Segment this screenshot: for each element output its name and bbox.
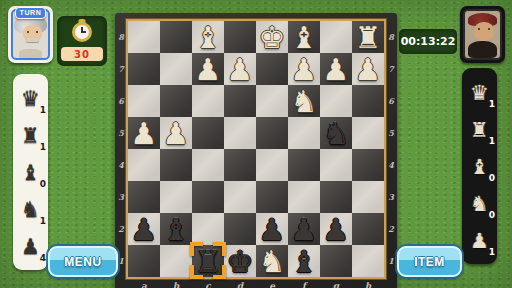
captured-rook-count: 1 xyxy=(40,142,46,152)
captured-queen-count: 1 xyxy=(489,99,495,109)
file-label-a: a xyxy=(128,281,160,288)
white-pawn: ♟ xyxy=(355,54,382,85)
avatar-beard xyxy=(468,41,497,58)
square-d5[interactable] xyxy=(224,117,256,149)
square-a2[interactable]: ♟ xyxy=(128,213,160,245)
black-captures-tray: ♛1♜1♝0♞0♟1 xyxy=(462,68,497,264)
chess-board: ♝♚♝♜♟♟♟♟♟♞♟♟♞♟♝♟♟♟♜♚♞♝ xyxy=(126,19,386,279)
captured-bishop-count: 0 xyxy=(40,179,46,189)
square-g1[interactable] xyxy=(320,245,352,277)
square-d6[interactable] xyxy=(224,85,256,117)
square-f6[interactable]: ♞ xyxy=(288,85,320,117)
rank-label-3: 3 xyxy=(386,181,396,213)
square-e1[interactable]: ♞ xyxy=(256,245,288,277)
square-e2[interactable]: ♟ xyxy=(256,213,288,245)
avatar-eye xyxy=(36,31,38,33)
bishop-icon: ♝ xyxy=(470,156,489,178)
white-rook: ♜ xyxy=(355,22,382,53)
captured-bishop-count: 0 xyxy=(489,173,495,183)
white-bishop: ♝ xyxy=(291,22,318,53)
white-pawn: ♟ xyxy=(131,118,158,149)
rank-label-7: 7 xyxy=(116,53,126,85)
white-captures-tray: ♛1♜1♝0♞1♟4 xyxy=(13,74,48,270)
square-d3[interactable] xyxy=(224,181,256,213)
square-g6[interactable] xyxy=(320,85,352,117)
file-labels: abcdefgh xyxy=(128,281,384,288)
black-pawn: ♟ xyxy=(323,214,350,245)
rank-labels-right: 87654321 xyxy=(386,21,396,277)
square-e5[interactable] xyxy=(256,117,288,149)
captured-pawn-row: ♟4 xyxy=(13,228,48,265)
square-e6[interactable] xyxy=(256,85,288,117)
square-a1[interactable] xyxy=(128,245,160,277)
square-a8[interactable] xyxy=(128,21,160,53)
square-b2[interactable]: ♝ xyxy=(160,213,192,245)
black-bishop: ♝ xyxy=(291,246,318,277)
square-f5[interactable] xyxy=(288,117,320,149)
square-c7[interactable]: ♟ xyxy=(192,53,224,85)
file-label-h: h xyxy=(352,281,384,288)
square-e3[interactable] xyxy=(256,181,288,213)
file-label-d: d xyxy=(224,281,256,288)
square-g8[interactable] xyxy=(320,21,352,53)
square-a7[interactable] xyxy=(128,53,160,85)
square-b4[interactable] xyxy=(160,149,192,181)
square-h2[interactable] xyxy=(352,213,384,245)
stopwatch-icon xyxy=(71,19,93,43)
captured-knight-row: ♞0 xyxy=(462,185,497,222)
square-f3[interactable] xyxy=(288,181,320,213)
pawn-icon: ♟ xyxy=(21,236,40,258)
knight-icon: ♞ xyxy=(21,199,40,221)
square-h5[interactable] xyxy=(352,117,384,149)
square-a3[interactable] xyxy=(128,181,160,213)
rank-label-8: 8 xyxy=(386,21,396,53)
rank-label-4: 4 xyxy=(116,149,126,181)
square-c6[interactable] xyxy=(192,85,224,117)
square-b3[interactable] xyxy=(160,181,192,213)
square-f2[interactable]: ♟ xyxy=(288,213,320,245)
captured-bishop-row: ♝0 xyxy=(13,154,48,191)
square-a4[interactable] xyxy=(128,149,160,181)
white-king: ♚ xyxy=(259,22,286,53)
square-e8[interactable]: ♚ xyxy=(256,21,288,53)
knight-icon: ♞ xyxy=(470,193,489,215)
square-g3[interactable] xyxy=(320,181,352,213)
captured-knight-row: ♞1 xyxy=(13,191,48,228)
rank-label-7: 7 xyxy=(386,53,396,85)
black-pawn: ♟ xyxy=(291,214,318,245)
item-button[interactable]: ITEM xyxy=(397,246,462,277)
square-h1[interactable] xyxy=(352,245,384,277)
square-f4[interactable] xyxy=(288,149,320,181)
game-clock: 00:13:22 xyxy=(399,29,457,54)
rank-label-6: 6 xyxy=(116,85,126,117)
square-c4[interactable] xyxy=(192,149,224,181)
black-knight: ♞ xyxy=(323,118,350,149)
captured-rook-count: 1 xyxy=(489,136,495,146)
rook-icon: ♜ xyxy=(21,125,40,147)
game-screen: TURN 30 ♛1♜1♝0♞1♟4 87654321 87654321 ♝♚♝… xyxy=(0,0,512,288)
white-pawn: ♟ xyxy=(323,54,350,85)
square-b6[interactable] xyxy=(160,85,192,117)
captured-queen-count: 1 xyxy=(40,105,46,115)
captured-pawn-row: ♟1 xyxy=(462,222,497,259)
square-c1[interactable]: ♜ xyxy=(192,245,224,277)
square-c2[interactable] xyxy=(192,213,224,245)
square-a5[interactable]: ♟ xyxy=(128,117,160,149)
file-label-c: c xyxy=(192,281,224,288)
rank-label-2: 2 xyxy=(116,213,126,245)
rank-label-2: 2 xyxy=(386,213,396,245)
square-c3[interactable] xyxy=(192,181,224,213)
square-d1[interactable]: ♚ xyxy=(224,245,256,277)
rank-label-3: 3 xyxy=(116,181,126,213)
black-avatar-portrait xyxy=(463,9,502,60)
square-d7[interactable]: ♟ xyxy=(224,53,256,85)
pawn-icon: ♟ xyxy=(470,230,489,252)
bishop-icon: ♝ xyxy=(21,162,40,184)
square-h7[interactable]: ♟ xyxy=(352,53,384,85)
captured-knight-count: 1 xyxy=(40,216,46,226)
square-b5[interactable]: ♟ xyxy=(160,117,192,149)
menu-button[interactable]: MENU xyxy=(48,246,118,277)
square-d2[interactable] xyxy=(224,213,256,245)
square-e4[interactable] xyxy=(256,149,288,181)
avatar-eye xyxy=(27,31,29,33)
queen-icon: ♛ xyxy=(21,88,40,110)
captured-pawn-count: 4 xyxy=(40,253,46,263)
black-bishop: ♝ xyxy=(163,214,190,245)
file-label-f: f xyxy=(288,281,320,288)
turn-badge: TURN xyxy=(15,7,47,19)
rook-icon: ♜ xyxy=(470,119,489,141)
square-f8[interactable]: ♝ xyxy=(288,21,320,53)
square-g2[interactable]: ♟ xyxy=(320,213,352,245)
square-h8[interactable]: ♜ xyxy=(352,21,384,53)
square-c5[interactable] xyxy=(192,117,224,149)
square-h4[interactable] xyxy=(352,149,384,181)
square-h3[interactable] xyxy=(352,181,384,213)
captured-rook-row: ♜1 xyxy=(13,117,48,154)
avatar-chin xyxy=(19,49,42,58)
black-pawn: ♟ xyxy=(131,214,158,245)
white-pawn: ♟ xyxy=(163,118,190,149)
square-h6[interactable] xyxy=(352,85,384,117)
rank-label-5: 5 xyxy=(386,117,396,149)
rank-labels-left: 87654321 xyxy=(116,21,126,277)
square-g5[interactable]: ♞ xyxy=(320,117,352,149)
rank-label-4: 4 xyxy=(386,149,396,181)
square-d4[interactable] xyxy=(224,149,256,181)
white-pawn: ♟ xyxy=(195,54,222,85)
avatar-eye xyxy=(488,28,490,30)
square-c8[interactable]: ♝ xyxy=(192,21,224,53)
square-b8[interactable] xyxy=(160,21,192,53)
black-pawn: ♟ xyxy=(259,214,286,245)
white-knight: ♞ xyxy=(291,86,318,117)
white-bishop: ♝ xyxy=(195,22,222,53)
file-label-b: b xyxy=(160,281,192,288)
white-pawn: ♟ xyxy=(291,54,318,85)
rank-label-8: 8 xyxy=(116,21,126,53)
captured-queen-row: ♛1 xyxy=(462,74,497,111)
queen-icon: ♛ xyxy=(470,82,489,104)
square-a6[interactable] xyxy=(128,85,160,117)
avatar-mustache xyxy=(26,38,39,42)
move-timer-value: 30 xyxy=(61,47,103,61)
black-king: ♚ xyxy=(227,246,254,277)
selection-highlight xyxy=(190,242,226,279)
rank-label-6: 6 xyxy=(386,85,396,117)
square-d8[interactable] xyxy=(224,21,256,53)
move-timer: 30 xyxy=(57,16,107,66)
square-f7[interactable]: ♟ xyxy=(288,53,320,85)
white-knight: ♞ xyxy=(259,246,286,277)
square-e7[interactable] xyxy=(256,53,288,85)
captured-pawn-count: 1 xyxy=(489,247,495,257)
captured-bishop-row: ♝0 xyxy=(462,148,497,185)
square-g7[interactable]: ♟ xyxy=(320,53,352,85)
captured-rook-row: ♜1 xyxy=(462,111,497,148)
square-f1[interactable]: ♝ xyxy=(288,245,320,277)
captured-knight-count: 0 xyxy=(489,210,495,220)
square-g4[interactable] xyxy=(320,149,352,181)
rank-label-1: 1 xyxy=(386,245,396,277)
captured-queen-row: ♛1 xyxy=(13,80,48,117)
file-label-g: g xyxy=(320,281,352,288)
white-pawn: ♟ xyxy=(227,54,254,85)
avatar-face xyxy=(474,22,494,41)
black-player-avatar xyxy=(460,6,505,63)
square-b1[interactable] xyxy=(160,245,192,277)
rank-label-5: 5 xyxy=(116,117,126,149)
square-b7[interactable] xyxy=(160,53,192,85)
white-player-avatar: TURN xyxy=(8,6,53,63)
avatar-eye xyxy=(478,28,480,30)
board-frame: 87654321 87654321 ♝♚♝♜♟♟♟♟♟♞♟♟♞♟♝♟♟♟♜♚♞♝… xyxy=(115,13,397,288)
file-label-e: e xyxy=(256,281,288,288)
